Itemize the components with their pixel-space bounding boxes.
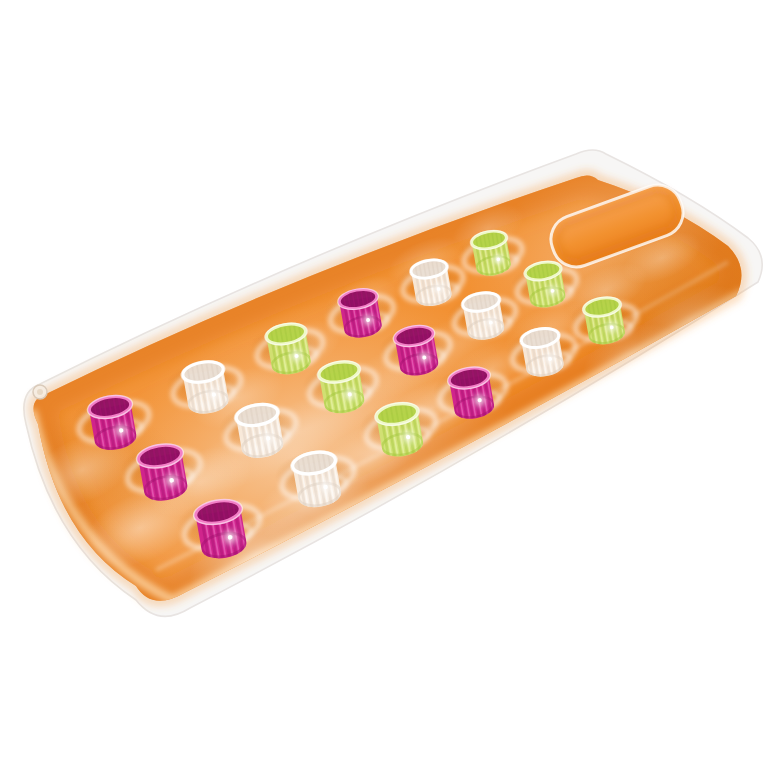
product-photo-stage [0,0,768,768]
air-valve [33,385,47,399]
pool-lounger-photo [0,0,768,768]
